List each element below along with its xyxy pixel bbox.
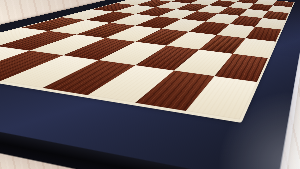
board-inner-maple-line	[0, 0, 295, 123]
chessboard	[0, 0, 300, 169]
board-grid	[0, 0, 294, 120]
photo-of-chessboard	[0, 0, 300, 169]
